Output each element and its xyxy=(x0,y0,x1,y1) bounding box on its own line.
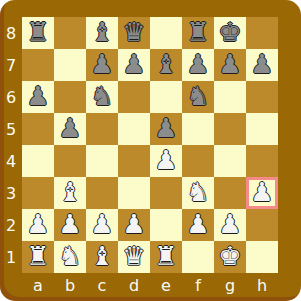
white-pawn[interactable]: ♟ xyxy=(122,208,145,240)
white-pawn[interactable]: ♟ xyxy=(218,208,241,240)
square-e6[interactable] xyxy=(150,81,182,113)
rank-label-5: 5 xyxy=(0,113,22,145)
file-label-h: h xyxy=(246,272,278,298)
black-bishop[interactable]: ♝ xyxy=(154,48,177,80)
file-label-g: g xyxy=(214,272,246,298)
white-king[interactable]: ♚ xyxy=(218,240,241,272)
square-h3[interactable]: ♟ xyxy=(246,177,278,209)
square-b2[interactable]: ♟ xyxy=(54,209,86,241)
square-g2[interactable]: ♟ xyxy=(214,209,246,241)
square-g7[interactable]: ♟ xyxy=(214,49,246,81)
board-frame: 87654321 ♜♝♛♜♚♟♟♝♟♟♟♟♞♞♟♟♟♝♞♟♟♟♟♟♟♟♜♞♝♛♜… xyxy=(0,0,301,301)
square-a5[interactable] xyxy=(22,113,54,145)
white-pawn[interactable]: ♟ xyxy=(90,208,113,240)
square-c4[interactable] xyxy=(86,145,118,177)
black-pawn[interactable]: ♟ xyxy=(58,112,81,144)
square-h1[interactable] xyxy=(246,241,278,273)
rank-label-1: 1 xyxy=(0,241,22,273)
square-c2[interactable]: ♟ xyxy=(86,209,118,241)
square-b1[interactable]: ♞ xyxy=(54,241,86,273)
square-f3[interactable]: ♞ xyxy=(182,177,214,209)
file-label-c: c xyxy=(86,272,118,298)
white-knight[interactable]: ♞ xyxy=(186,176,209,208)
rank-label-6: 6 xyxy=(0,81,22,113)
rank-labels: 87654321 xyxy=(0,17,22,273)
rank-label-3: 3 xyxy=(0,177,22,209)
square-b6[interactable] xyxy=(54,81,86,113)
square-h8[interactable] xyxy=(246,17,278,49)
black-king[interactable]: ♚ xyxy=(218,16,241,48)
black-pawn[interactable]: ♟ xyxy=(26,80,49,112)
file-label-f: f xyxy=(182,272,214,298)
square-f7[interactable]: ♟ xyxy=(182,49,214,81)
square-e5[interactable]: ♟ xyxy=(150,113,182,145)
square-b7[interactable] xyxy=(54,49,86,81)
square-a3[interactable] xyxy=(22,177,54,209)
white-rook[interactable]: ♜ xyxy=(154,240,177,272)
square-a4[interactable] xyxy=(22,145,54,177)
square-f5[interactable] xyxy=(182,113,214,145)
file-label-b: b xyxy=(54,272,86,298)
square-c7[interactable]: ♟ xyxy=(86,49,118,81)
square-c6[interactable]: ♞ xyxy=(86,81,118,113)
file-label-d: d xyxy=(118,272,150,298)
square-c8[interactable]: ♝ xyxy=(86,17,118,49)
black-pawn[interactable]: ♟ xyxy=(218,48,241,80)
square-f1[interactable] xyxy=(182,241,214,273)
chess-board[interactable]: ♜♝♛♜♚♟♟♝♟♟♟♟♞♞♟♟♟♝♞♟♟♟♟♟♟♟♜♞♝♛♜♚ xyxy=(22,17,278,273)
square-f6[interactable]: ♞ xyxy=(182,81,214,113)
white-knight[interactable]: ♞ xyxy=(58,240,81,272)
black-rook[interactable]: ♜ xyxy=(186,16,209,48)
white-bishop[interactable]: ♝ xyxy=(58,176,81,208)
square-g6[interactable] xyxy=(214,81,246,113)
black-pawn[interactable]: ♟ xyxy=(154,112,177,144)
black-queen[interactable]: ♛ xyxy=(122,16,145,48)
square-d5[interactable] xyxy=(118,113,150,145)
chess-widget: 87654321 ♜♝♛♜♚♟♟♝♟♟♟♟♞♞♟♟♟♝♞♟♟♟♟♟♟♟♜♞♝♛♜… xyxy=(0,0,301,301)
square-h6[interactable] xyxy=(246,81,278,113)
rank-label-7: 7 xyxy=(0,49,22,81)
rank-label-8: 8 xyxy=(0,17,22,49)
white-pawn[interactable]: ♟ xyxy=(26,208,49,240)
square-h5[interactable] xyxy=(246,113,278,145)
square-c3[interactable] xyxy=(86,177,118,209)
square-d8[interactable]: ♛ xyxy=(118,17,150,49)
white-rook[interactable]: ♜ xyxy=(26,240,49,272)
black-rook[interactable]: ♜ xyxy=(26,16,49,48)
square-a2[interactable]: ♟ xyxy=(22,209,54,241)
black-pawn[interactable]: ♟ xyxy=(122,48,145,80)
rank-label-4: 4 xyxy=(0,145,22,177)
square-g4[interactable] xyxy=(214,145,246,177)
black-pawn[interactable]: ♟ xyxy=(250,48,273,80)
square-e8[interactable] xyxy=(150,17,182,49)
square-e7[interactable]: ♝ xyxy=(150,49,182,81)
square-c1[interactable]: ♝ xyxy=(86,241,118,273)
white-pawn[interactable]: ♟ xyxy=(154,144,177,176)
white-pawn[interactable]: ♟ xyxy=(186,208,209,240)
square-d1[interactable]: ♛ xyxy=(118,241,150,273)
square-g1[interactable]: ♚ xyxy=(214,241,246,273)
square-b8[interactable] xyxy=(54,17,86,49)
square-d3[interactable] xyxy=(118,177,150,209)
file-labels: abcdefgh xyxy=(22,272,278,298)
square-c5[interactable] xyxy=(86,113,118,145)
white-pawn[interactable]: ♟ xyxy=(250,176,273,208)
black-bishop[interactable]: ♝ xyxy=(90,16,113,48)
square-e2[interactable] xyxy=(150,209,182,241)
square-a6[interactable]: ♟ xyxy=(22,81,54,113)
black-pawn[interactable]: ♟ xyxy=(186,48,209,80)
white-bishop[interactable]: ♝ xyxy=(90,240,113,272)
square-e4[interactable]: ♟ xyxy=(150,145,182,177)
square-h4[interactable] xyxy=(246,145,278,177)
square-b3[interactable]: ♝ xyxy=(54,177,86,209)
file-label-e: e xyxy=(150,272,182,298)
black-knight[interactable]: ♞ xyxy=(90,80,113,112)
square-a1[interactable]: ♜ xyxy=(22,241,54,273)
square-h2[interactable] xyxy=(246,209,278,241)
file-label-a: a xyxy=(22,272,54,298)
white-queen[interactable]: ♛ xyxy=(122,240,145,272)
square-d2[interactable]: ♟ xyxy=(118,209,150,241)
square-g5[interactable] xyxy=(214,113,246,145)
square-f8[interactable]: ♜ xyxy=(182,17,214,49)
square-d6[interactable] xyxy=(118,81,150,113)
square-f4[interactable] xyxy=(182,145,214,177)
square-h7[interactable]: ♟ xyxy=(246,49,278,81)
square-a8[interactable]: ♜ xyxy=(22,17,54,49)
square-d7[interactable]: ♟ xyxy=(118,49,150,81)
square-g3[interactable] xyxy=(214,177,246,209)
black-knight[interactable]: ♞ xyxy=(186,80,209,112)
square-g8[interactable]: ♚ xyxy=(214,17,246,49)
square-e3[interactable] xyxy=(150,177,182,209)
square-b4[interactable] xyxy=(54,145,86,177)
rank-label-2: 2 xyxy=(0,209,22,241)
black-pawn[interactable]: ♟ xyxy=(90,48,113,80)
square-b5[interactable]: ♟ xyxy=(54,113,86,145)
square-a7[interactable] xyxy=(22,49,54,81)
square-e1[interactable]: ♜ xyxy=(150,241,182,273)
white-pawn[interactable]: ♟ xyxy=(58,208,81,240)
square-d4[interactable] xyxy=(118,145,150,177)
square-f2[interactable]: ♟ xyxy=(182,209,214,241)
